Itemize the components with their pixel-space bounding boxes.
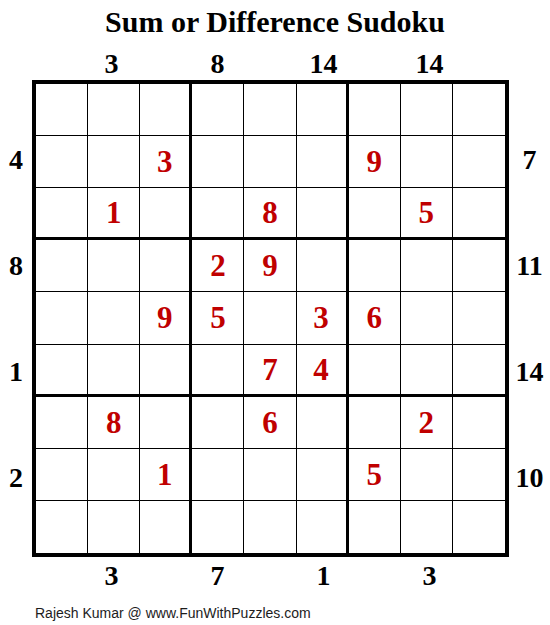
given-digit: 9 (366, 146, 382, 177)
cell-r1c4[interactable] (192, 84, 244, 136)
right-clues: 7111410 (509, 80, 550, 557)
cell-r5c5[interactable] (244, 292, 296, 344)
given-digit: 7 (262, 354, 278, 385)
cell-r4c7[interactable] (349, 240, 401, 292)
cell-r5c3[interactable]: 9 (140, 292, 192, 344)
cell-r2c9[interactable] (453, 136, 505, 188)
cell-r2c4[interactable] (192, 136, 244, 188)
cell-r2c8[interactable] (401, 136, 453, 188)
top-clue-col8: 14 (403, 50, 456, 80)
left-clue-row2: 4 (0, 146, 32, 174)
cell-r9c1[interactable] (36, 501, 88, 553)
cell-r4c2[interactable] (88, 240, 140, 292)
given-digit: 9 (157, 302, 173, 333)
right-clue-row4: 11 (509, 252, 550, 280)
cell-r5c7[interactable]: 6 (349, 292, 401, 344)
cell-r2c7[interactable]: 9 (349, 136, 401, 188)
top-clue-col4: 8 (191, 50, 244, 80)
cell-r7c2[interactable]: 8 (88, 397, 140, 449)
cell-r3c3[interactable] (140, 188, 192, 240)
cell-r8c7[interactable]: 5 (349, 449, 401, 501)
cell-r6c4[interactable] (192, 345, 244, 397)
cell-r6c7[interactable] (349, 345, 401, 397)
cell-r9c3[interactable] (140, 501, 192, 553)
right-clue-row2: 7 (509, 146, 550, 174)
cell-r1c6[interactable] (297, 84, 349, 136)
cell-r7c7[interactable] (349, 397, 401, 449)
cell-r4c4[interactable]: 2 (192, 240, 244, 292)
cell-r9c8[interactable] (401, 501, 453, 553)
cell-r7c9[interactable] (453, 397, 505, 449)
cell-r8c4[interactable] (192, 449, 244, 501)
cell-r1c8[interactable] (401, 84, 453, 136)
left-clues: 4812 (0, 80, 32, 557)
given-digit: 2 (419, 407, 435, 438)
cell-r4c5[interactable]: 9 (244, 240, 296, 292)
given-digit: 8 (262, 197, 278, 228)
cell-r7c1[interactable] (36, 397, 88, 449)
bottom-clue-col2: 3 (85, 562, 138, 592)
bottom-clue-col6: 1 (297, 562, 350, 592)
cell-r5c9[interactable] (453, 292, 505, 344)
given-digit: 1 (157, 459, 173, 490)
cell-r1c1[interactable] (36, 84, 88, 136)
cell-r3c7[interactable] (349, 188, 401, 240)
given-digit: 6 (262, 407, 278, 438)
right-clue-row8: 10 (509, 464, 550, 492)
cell-r2c2[interactable] (88, 136, 140, 188)
cell-r4c3[interactable] (140, 240, 192, 292)
top-clues: 381414 (32, 42, 509, 80)
cell-r9c6[interactable] (297, 501, 349, 553)
cell-r5c8[interactable] (401, 292, 453, 344)
cell-r8c9[interactable] (453, 449, 505, 501)
cell-r6c5[interactable]: 7 (244, 345, 296, 397)
cell-r2c5[interactable] (244, 136, 296, 188)
cell-r7c8[interactable]: 2 (401, 397, 453, 449)
cell-r6c2[interactable] (88, 345, 140, 397)
cell-r1c5[interactable] (244, 84, 296, 136)
cell-r3c9[interactable] (453, 188, 505, 240)
given-digit: 9 (262, 250, 278, 281)
cell-r5c1[interactable] (36, 292, 88, 344)
cell-r1c2[interactable] (88, 84, 140, 136)
cell-r9c5[interactable] (244, 501, 296, 553)
cell-r6c8[interactable] (401, 345, 453, 397)
cell-r8c1[interactable] (36, 449, 88, 501)
attribution: Rajesh Kumar @ www.FunWithPuzzles.com (0, 597, 550, 621)
cell-r7c6[interactable] (297, 397, 349, 449)
given-digit: 5 (210, 302, 226, 333)
given-digit: 3 (157, 146, 173, 177)
given-digit: 4 (313, 354, 329, 385)
cell-r8c2[interactable] (88, 449, 140, 501)
left-clue-row4: 8 (0, 252, 32, 280)
cell-r9c9[interactable] (453, 501, 505, 553)
puzzle-title: Sum or Difference Sudoku (0, 0, 550, 42)
cell-r4c8[interactable] (401, 240, 453, 292)
cell-r3c6[interactable] (297, 188, 349, 240)
left-clue-row6: 1 (0, 358, 32, 386)
sudoku-board: 391852995367486215 (32, 80, 509, 557)
cell-r7c3[interactable] (140, 397, 192, 449)
left-clue-row8: 2 (0, 464, 32, 492)
given-digit: 3 (313, 302, 329, 333)
cell-r4c1[interactable] (36, 240, 88, 292)
cell-r2c3[interactable]: 3 (140, 136, 192, 188)
bottom-clue-col8: 3 (403, 562, 456, 592)
bottom-clues: 3713 (32, 557, 509, 597)
cell-r3c4[interactable] (192, 188, 244, 240)
cell-r5c6[interactable]: 3 (297, 292, 349, 344)
top-clue-col6: 14 (297, 50, 350, 80)
cell-r1c7[interactable] (349, 84, 401, 136)
cell-r8c3[interactable]: 1 (140, 449, 192, 501)
cell-r9c4[interactable] (192, 501, 244, 553)
puzzle-page: Sum or Difference Sudoku 381414 4812 391… (0, 0, 550, 621)
given-digit: 5 (419, 197, 435, 228)
cell-r7c4[interactable] (192, 397, 244, 449)
cell-r1c9[interactable] (453, 84, 505, 136)
given-digit: 6 (366, 302, 382, 333)
given-digit: 1 (106, 197, 122, 228)
cell-r6c3[interactable] (140, 345, 192, 397)
cell-r9c2[interactable] (88, 501, 140, 553)
cell-r6c1[interactable] (36, 345, 88, 397)
cell-r5c2[interactable] (88, 292, 140, 344)
cell-r1c3[interactable] (140, 84, 192, 136)
right-clue-row6: 14 (509, 358, 550, 386)
cell-r8c6[interactable] (297, 449, 349, 501)
cell-r3c1[interactable] (36, 188, 88, 240)
puzzle-layout: 381414 4812 391852995367486215 7111410 3… (0, 42, 550, 597)
given-digit: 5 (366, 459, 382, 490)
given-digit: 8 (106, 407, 122, 438)
cell-r2c6[interactable] (297, 136, 349, 188)
cell-r5c4[interactable]: 5 (192, 292, 244, 344)
cell-r4c9[interactable] (453, 240, 505, 292)
cell-r4c6[interactable] (297, 240, 349, 292)
cell-r3c8[interactable]: 5 (401, 188, 453, 240)
cell-r2c1[interactable] (36, 136, 88, 188)
cell-r8c8[interactable] (401, 449, 453, 501)
cell-r3c2[interactable]: 1 (88, 188, 140, 240)
cell-r6c9[interactable] (453, 345, 505, 397)
given-digit: 2 (210, 250, 226, 281)
cell-r7c5[interactable]: 6 (244, 397, 296, 449)
cell-r3c5[interactable]: 8 (244, 188, 296, 240)
top-clue-col2: 3 (85, 50, 138, 80)
cell-r6c6[interactable]: 4 (297, 345, 349, 397)
bottom-clue-col4: 7 (191, 562, 244, 592)
cell-r9c7[interactable] (349, 501, 401, 553)
cell-r8c5[interactable] (244, 449, 296, 501)
